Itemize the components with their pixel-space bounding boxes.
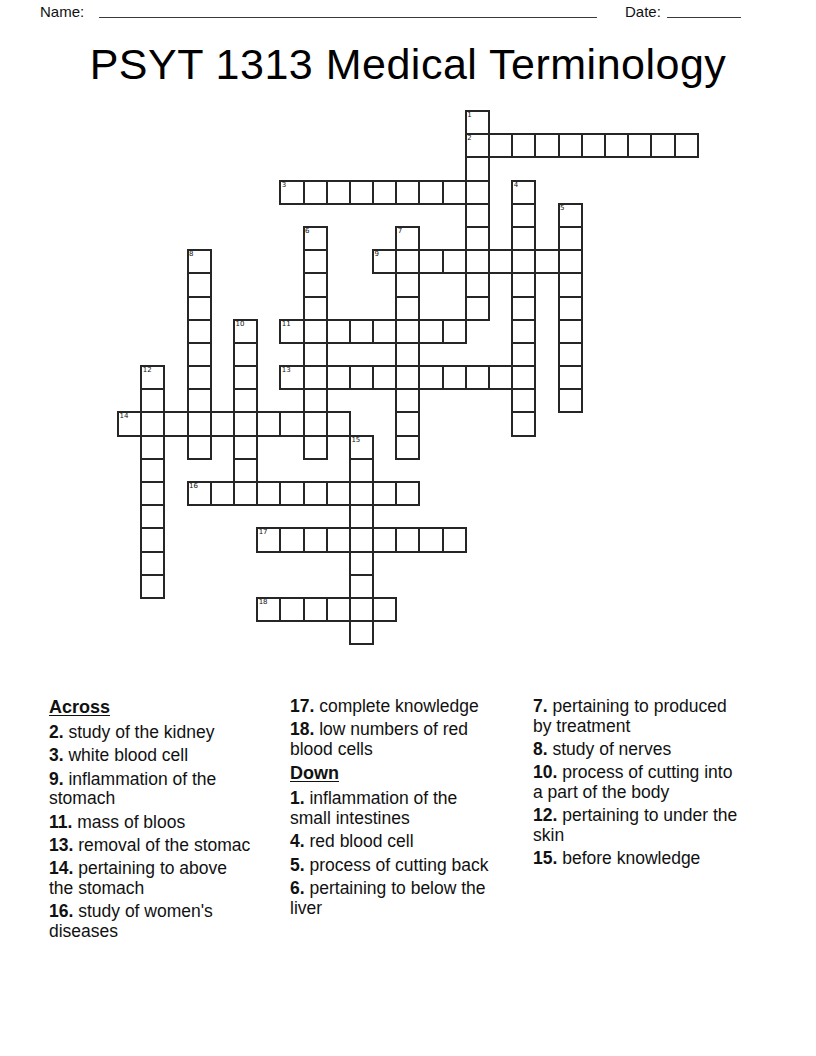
- grid-cell[interactable]: [304, 320, 327, 343]
- clue-number-label: 12: [143, 366, 152, 374]
- grid-cell[interactable]: [280, 482, 303, 505]
- grid-cell[interactable]: [257, 412, 280, 435]
- clue-column-2: 17. complete knowledge18. low numbers of…: [290, 697, 490, 922]
- grid-cell[interactable]: [234, 482, 257, 505]
- grid-cell[interactable]: [141, 459, 164, 482]
- grid-cell[interactable]: [188, 436, 211, 459]
- grid-cell[interactable]: [350, 552, 373, 575]
- grid-cell[interactable]: [141, 389, 164, 412]
- grid-cell[interactable]: [350, 181, 373, 204]
- grid-cell[interactable]: [443, 366, 466, 389]
- grid-cell[interactable]: [188, 273, 211, 296]
- clue-column-1: Across2. study of the kidney3. white blo…: [49, 697, 254, 945]
- grid-cell[interactable]: [443, 528, 466, 551]
- worksheet-page: { "game": "crossword", "header": { "name…: [0, 0, 816, 1056]
- grid-cell[interactable]: [141, 552, 164, 575]
- grid-cell[interactable]: 13: [280, 366, 303, 389]
- grid-cell[interactable]: 15: [350, 436, 373, 459]
- grid-cell[interactable]: [559, 250, 582, 273]
- grid-cell[interactable]: [651, 134, 674, 157]
- grid-cell[interactable]: 7: [396, 227, 419, 250]
- grid-cell[interactable]: 5: [559, 204, 582, 227]
- clue-item: 13. removal of the stomac: [49, 836, 254, 856]
- grid-cell[interactable]: [396, 412, 419, 435]
- grid-cell[interactable]: [211, 412, 234, 435]
- clue-number-label: 2: [467, 134, 471, 142]
- grid-cell[interactable]: [466, 273, 489, 296]
- grid-cell[interactable]: [327, 181, 350, 204]
- clue-number-label: 13: [282, 366, 291, 374]
- clue-number-label: 6: [305, 227, 309, 235]
- clue-item: 11. mass of bloos: [49, 813, 254, 833]
- clue-section-heading: Down: [290, 763, 490, 784]
- clue-column-3: 7. pertaining to produced by treatment8.…: [533, 697, 745, 873]
- grid-cell[interactable]: [350, 598, 373, 621]
- grid-cell[interactable]: [188, 366, 211, 389]
- grid-cell[interactable]: [373, 320, 396, 343]
- grid-cell[interactable]: [466, 297, 489, 320]
- clue-number-label: 18: [259, 598, 268, 606]
- grid-cell[interactable]: [489, 366, 512, 389]
- grid-cell[interactable]: [466, 227, 489, 250]
- grid-cell[interactable]: [443, 320, 466, 343]
- clue-item: 2. study of the kidney: [49, 723, 254, 743]
- grid-cell[interactable]: [466, 181, 489, 204]
- clue-item: 12. pertaining to under the skin: [533, 806, 745, 846]
- grid-cell[interactable]: [466, 366, 489, 389]
- grid-cell[interactable]: [188, 343, 211, 366]
- clue-number-label: 3: [282, 181, 286, 189]
- clue-number-label: 9: [375, 250, 379, 258]
- grid-cell[interactable]: [582, 134, 605, 157]
- grid-cell[interactable]: [141, 528, 164, 551]
- grid-cell[interactable]: 12: [141, 366, 164, 389]
- grid-cell[interactable]: [327, 528, 350, 551]
- grid-cell[interactable]: [396, 250, 419, 273]
- clue-item: 16. study of women's diseases: [49, 902, 254, 942]
- grid-cell[interactable]: [419, 528, 442, 551]
- grid-cell[interactable]: [327, 598, 350, 621]
- grid-cell[interactable]: 11: [280, 320, 303, 343]
- grid-cell[interactable]: [512, 204, 535, 227]
- grid-cell[interactable]: [373, 528, 396, 551]
- grid-cell[interactable]: [304, 528, 327, 551]
- grid-cell[interactable]: [304, 482, 327, 505]
- grid-cell[interactable]: [234, 366, 257, 389]
- grid-cell[interactable]: [234, 343, 257, 366]
- grid-cell[interactable]: [350, 621, 373, 644]
- grid-cell[interactable]: [141, 436, 164, 459]
- clue-item: 8. study of nerves: [533, 740, 745, 760]
- grid-cell[interactable]: [512, 366, 535, 389]
- grid-cell[interactable]: [304, 389, 327, 412]
- grid-cell[interactable]: [559, 320, 582, 343]
- clue-item: 18. low numbers of red blood cells: [290, 720, 490, 760]
- clue-number-label: 1: [467, 111, 471, 119]
- grid-cell[interactable]: [419, 181, 442, 204]
- grid-cell[interactable]: [535, 250, 558, 273]
- clue-number-label: 4: [514, 181, 518, 189]
- grid-cell[interactable]: [234, 412, 257, 435]
- grid-cell[interactable]: [350, 528, 373, 551]
- grid-cell[interactable]: [373, 482, 396, 505]
- grid-cell[interactable]: [257, 482, 280, 505]
- name-label: Name:: [40, 3, 84, 20]
- grid-cell[interactable]: [141, 575, 164, 598]
- grid-cell[interactable]: [512, 297, 535, 320]
- grid-cell[interactable]: 18: [257, 598, 280, 621]
- grid-cell[interactable]: 3: [280, 181, 303, 204]
- clue-item: 6. pertaining to below the liver: [290, 879, 490, 919]
- grid-cell[interactable]: [512, 412, 535, 435]
- grid-cell[interactable]: [350, 482, 373, 505]
- clue-item: 4. red blood cell: [290, 832, 490, 852]
- name-blank-line: [99, 17, 597, 18]
- grid-cell[interactable]: [559, 273, 582, 296]
- grid-cell[interactable]: [350, 459, 373, 482]
- grid-cell[interactable]: [512, 250, 535, 273]
- grid-cell[interactable]: [327, 366, 350, 389]
- clue-item: 3. white blood cell: [49, 746, 254, 766]
- grid-cell[interactable]: [466, 250, 489, 273]
- clue-number-label: 5: [560, 204, 564, 212]
- grid-cell[interactable]: [373, 598, 396, 621]
- clue-item: 17. complete knowledge: [290, 697, 490, 717]
- grid-cell[interactable]: [512, 320, 535, 343]
- grid-cell[interactable]: [675, 134, 698, 157]
- clue-item: 15. before knowledge: [533, 849, 745, 869]
- grid-cell[interactable]: [443, 250, 466, 273]
- grid-cell[interactable]: [419, 320, 442, 343]
- grid-cell[interactable]: [559, 389, 582, 412]
- clue-item: 9. inflammation of the stomach: [49, 770, 254, 810]
- grid-cell[interactable]: [559, 366, 582, 389]
- clue-section-heading: Across: [49, 697, 254, 718]
- grid-cell[interactable]: [466, 157, 489, 180]
- grid-cell[interactable]: [304, 436, 327, 459]
- grid-cell[interactable]: 4: [512, 181, 535, 204]
- grid-cell[interactable]: [350, 575, 373, 598]
- grid-cell[interactable]: [559, 134, 582, 157]
- grid-cell[interactable]: [188, 389, 211, 412]
- clue-number-label: 17: [259, 528, 268, 536]
- grid-cell[interactable]: [396, 389, 419, 412]
- page-title: PSYT 1313 Medical Terminology: [0, 40, 816, 89]
- grid-cell[interactable]: [327, 320, 350, 343]
- grid-cell[interactable]: [512, 343, 535, 366]
- grid-cell[interactable]: [304, 181, 327, 204]
- grid-cell[interactable]: [512, 389, 535, 412]
- grid-cell[interactable]: [605, 134, 628, 157]
- clue-number-label: 7: [398, 227, 402, 235]
- clue-item: 14. pertaining to above the stomach: [49, 859, 254, 899]
- grid-cell[interactable]: [141, 482, 164, 505]
- grid-cell[interactable]: [304, 412, 327, 435]
- grid-cell[interactable]: [211, 482, 234, 505]
- grid-cell[interactable]: [559, 227, 582, 250]
- clue-item: 10. process of cutting into a part of th…: [533, 763, 745, 803]
- grid-cell[interactable]: [188, 412, 211, 435]
- grid-cell[interactable]: [396, 320, 419, 343]
- grid-cell[interactable]: [188, 320, 211, 343]
- grid-cell[interactable]: [396, 273, 419, 296]
- clue-number-label: 14: [120, 412, 129, 420]
- grid-cell[interactable]: [396, 436, 419, 459]
- grid-cell[interactable]: [559, 343, 582, 366]
- grid-cell[interactable]: [419, 366, 442, 389]
- grid-cell[interactable]: [304, 250, 327, 273]
- grid-cell[interactable]: 14: [118, 412, 141, 435]
- clue-number-label: 8: [189, 250, 193, 258]
- grid-cell[interactable]: [396, 181, 419, 204]
- grid-cell[interactable]: [396, 366, 419, 389]
- grid-cell[interactable]: [304, 366, 327, 389]
- grid-cell[interactable]: [396, 528, 419, 551]
- grid-cell[interactable]: [535, 134, 558, 157]
- grid-cell[interactable]: [304, 273, 327, 296]
- grid-cell[interactable]: [628, 134, 651, 157]
- clue-item: 7. pertaining to produced by treatment: [533, 697, 745, 737]
- date-label: Date:: [625, 3, 661, 20]
- grid-cell[interactable]: [489, 134, 512, 157]
- grid-cell[interactable]: [396, 482, 419, 505]
- grid-cell[interactable]: [443, 181, 466, 204]
- grid-cell[interactable]: [234, 389, 257, 412]
- grid-cell[interactable]: [373, 181, 396, 204]
- grid-cell[interactable]: 8: [188, 250, 211, 273]
- grid-cell[interactable]: [141, 505, 164, 528]
- grid-cell[interactable]: [304, 598, 327, 621]
- grid-cell[interactable]: [188, 297, 211, 320]
- grid-cell[interactable]: 10: [234, 320, 257, 343]
- grid-cell[interactable]: 9: [373, 250, 396, 273]
- grid-cell[interactable]: [327, 412, 350, 435]
- grid-cell[interactable]: [350, 505, 373, 528]
- clue-number-label: 11: [282, 320, 291, 328]
- clue-item: 1. inflammation of the small intestines: [290, 789, 490, 829]
- grid-cell[interactable]: [350, 320, 373, 343]
- grid-cell[interactable]: [512, 227, 535, 250]
- clue-number-label: 10: [235, 320, 244, 328]
- grid-cell[interactable]: [396, 297, 419, 320]
- grid-cell[interactable]: [489, 250, 512, 273]
- clue-number-label: 16: [189, 482, 198, 490]
- grid-cell[interactable]: [234, 436, 257, 459]
- grid-cell[interactable]: [280, 598, 303, 621]
- grid-cell[interactable]: 16: [188, 482, 211, 505]
- grid-cell[interactable]: [304, 343, 327, 366]
- date-blank-line: [667, 17, 741, 18]
- grid-cell[interactable]: 17: [257, 528, 280, 551]
- grid-cell[interactable]: [350, 366, 373, 389]
- grid-cell[interactable]: [327, 482, 350, 505]
- grid-cell[interactable]: [304, 297, 327, 320]
- grid-cell[interactable]: 1: [466, 111, 489, 134]
- clue-item: 5. process of cutting back: [290, 856, 490, 876]
- grid-cell[interactable]: [141, 412, 164, 435]
- crossword-grid: 123456789101112131415161718: [118, 111, 698, 644]
- grid-cell[interactable]: 2: [466, 134, 489, 157]
- grid-cell[interactable]: [466, 204, 489, 227]
- grid-cell[interactable]: 6: [304, 227, 327, 250]
- grid-cell[interactable]: [559, 297, 582, 320]
- grid-cell[interactable]: [512, 273, 535, 296]
- grid-cell[interactable]: [512, 134, 535, 157]
- grid-cell[interactable]: [419, 250, 442, 273]
- grid-cell[interactable]: [280, 528, 303, 551]
- clue-number-label: 15: [351, 436, 360, 444]
- grid-cell[interactable]: [234, 459, 257, 482]
- grid-cell[interactable]: [373, 366, 396, 389]
- grid-cell[interactable]: [164, 412, 187, 435]
- grid-cell[interactable]: [396, 343, 419, 366]
- grid-cell[interactable]: [280, 412, 303, 435]
